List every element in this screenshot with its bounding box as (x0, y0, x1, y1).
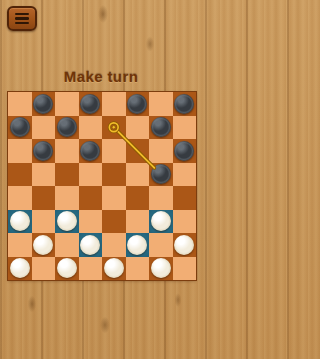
black-piece[interactable] (10, 117, 30, 137)
board-square[interactable] (79, 116, 103, 140)
black-piece[interactable] (80, 94, 100, 114)
board-square[interactable] (79, 92, 103, 116)
black-piece[interactable] (127, 94, 147, 114)
white-piece[interactable] (104, 258, 124, 278)
white-piece[interactable] (57, 211, 77, 231)
board-square[interactable] (149, 257, 173, 281)
board-square[interactable] (126, 92, 150, 116)
board-square[interactable] (102, 139, 126, 163)
board-square[interactable] (173, 233, 197, 257)
board-square[interactable] (126, 186, 150, 210)
board-square[interactable] (173, 116, 197, 140)
board-square[interactable] (79, 163, 103, 187)
board-square[interactable] (8, 116, 32, 140)
board-square[interactable] (8, 233, 32, 257)
board-square[interactable] (8, 92, 32, 116)
menu-button[interactable] (7, 6, 37, 31)
board-square[interactable] (173, 139, 197, 163)
board-square[interactable] (126, 116, 150, 140)
board-square[interactable] (79, 210, 103, 234)
white-piece[interactable] (57, 258, 77, 278)
black-piece[interactable] (33, 94, 53, 114)
checkers-app: { "game": "checkers", "header": { "statu… (0, 0, 202, 359)
checkers-board (8, 92, 196, 280)
board-square[interactable] (32, 257, 56, 281)
white-piece[interactable] (127, 235, 147, 255)
board-square[interactable] (126, 257, 150, 281)
board-square[interactable] (32, 210, 56, 234)
board-square[interactable] (149, 163, 173, 187)
hamburger-bar (15, 17, 29, 20)
board-square[interactable] (126, 163, 150, 187)
board-square[interactable] (32, 163, 56, 187)
white-piece[interactable] (33, 235, 53, 255)
black-piece[interactable] (151, 117, 171, 137)
board-square[interactable] (102, 163, 126, 187)
board-square[interactable] (173, 186, 197, 210)
board-square[interactable] (55, 163, 79, 187)
black-piece[interactable] (151, 164, 171, 184)
black-piece[interactable] (57, 117, 77, 137)
board-square[interactable] (8, 186, 32, 210)
board-square[interactable] (55, 116, 79, 140)
white-piece[interactable] (80, 235, 100, 255)
board-square[interactable] (173, 257, 197, 281)
board-square[interactable] (55, 139, 79, 163)
white-piece[interactable] (151, 258, 171, 278)
turn-status-label: Make turn (0, 68, 202, 85)
board-square[interactable] (32, 92, 56, 116)
board-square[interactable] (55, 233, 79, 257)
board-square[interactable] (149, 92, 173, 116)
board-square[interactable] (8, 163, 32, 187)
board-square[interactable] (55, 92, 79, 116)
hamburger-bar (15, 13, 29, 16)
white-piece[interactable] (10, 211, 30, 231)
board-square[interactable] (149, 186, 173, 210)
board-square[interactable] (55, 186, 79, 210)
board-square[interactable] (102, 92, 126, 116)
board-square[interactable] (102, 257, 126, 281)
board-square[interactable] (55, 210, 79, 234)
board-square[interactable] (126, 233, 150, 257)
board-square[interactable] (8, 139, 32, 163)
board-square[interactable] (32, 186, 56, 210)
white-piece[interactable] (10, 258, 30, 278)
board-square[interactable] (79, 257, 103, 281)
black-piece[interactable] (174, 94, 194, 114)
board-square[interactable] (55, 257, 79, 281)
board-square[interactable] (79, 233, 103, 257)
board-square[interactable] (149, 139, 173, 163)
board-square[interactable] (102, 116, 126, 140)
board-square[interactable] (32, 116, 56, 140)
board-square[interactable] (173, 92, 197, 116)
board-square[interactable] (8, 210, 32, 234)
board-square[interactable] (32, 233, 56, 257)
white-piece[interactable] (174, 235, 194, 255)
black-piece[interactable] (33, 141, 53, 161)
board-square[interactable] (32, 139, 56, 163)
board-square[interactable] (126, 210, 150, 234)
board-square[interactable] (79, 186, 103, 210)
board-square[interactable] (149, 116, 173, 140)
board-square[interactable] (149, 233, 173, 257)
board-square[interactable] (8, 257, 32, 281)
black-piece[interactable] (80, 141, 100, 161)
black-piece[interactable] (174, 141, 194, 161)
board-square[interactable] (102, 186, 126, 210)
board-square[interactable] (102, 210, 126, 234)
board-square[interactable] (173, 163, 197, 187)
board-square[interactable] (79, 139, 103, 163)
board-square[interactable] (126, 139, 150, 163)
board-square[interactable] (102, 233, 126, 257)
white-piece[interactable] (151, 211, 171, 231)
hamburger-bar (15, 22, 29, 25)
board-square[interactable] (173, 210, 197, 234)
board-square[interactable] (149, 210, 173, 234)
